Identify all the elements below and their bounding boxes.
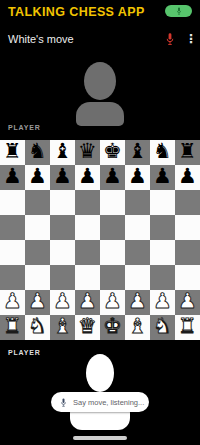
opponent-player-label: PLAYER	[8, 124, 41, 131]
square-c3[interactable]	[50, 265, 75, 290]
square-c5[interactable]	[50, 215, 75, 240]
square-c8[interactable]: ♝	[50, 140, 75, 165]
square-f5[interactable]	[125, 215, 150, 240]
square-b3[interactable]	[25, 265, 50, 290]
black-pawn: ♟	[178, 164, 197, 189]
square-b5[interactable]	[25, 215, 50, 240]
square-c2[interactable]: ♟	[50, 290, 75, 315]
square-e7[interactable]: ♟	[100, 165, 125, 190]
square-b2[interactable]: ♟	[25, 290, 50, 315]
white-bishop: ♝	[53, 314, 72, 339]
white-rook: ♜	[178, 314, 197, 339]
square-e8[interactable]: ♚	[100, 140, 125, 165]
square-h8[interactable]: ♜	[175, 140, 200, 165]
square-a8[interactable]: ♜	[0, 140, 25, 165]
square-f7[interactable]: ♟	[125, 165, 150, 190]
turn-status-text: White's move	[8, 33, 74, 45]
white-pawn: ♟	[153, 289, 172, 314]
square-b6[interactable]	[25, 190, 50, 215]
square-b7[interactable]: ♟	[25, 165, 50, 190]
square-e3[interactable]	[100, 265, 125, 290]
black-knight: ♞	[153, 139, 172, 164]
black-pawn: ♟	[103, 164, 122, 189]
square-b4[interactable]	[25, 240, 50, 265]
opponent-avatar-torso	[76, 102, 124, 126]
microphone-icon[interactable]	[165, 32, 175, 46]
overflow-menu-icon[interactable]: ⋮	[185, 32, 195, 46]
black-queen: ♛	[78, 139, 97, 164]
square-g8[interactable]: ♞	[150, 140, 175, 165]
square-a4[interactable]	[0, 240, 25, 265]
microphone-icon	[176, 7, 182, 15]
white-rook: ♜	[3, 314, 22, 339]
square-d3[interactable]	[75, 265, 100, 290]
square-a7[interactable]: ♟	[0, 165, 25, 190]
square-a6[interactable]	[0, 190, 25, 215]
square-f8[interactable]: ♝	[125, 140, 150, 165]
black-rook: ♜	[178, 139, 197, 164]
square-h3[interactable]	[175, 265, 200, 290]
square-h5[interactable]	[175, 215, 200, 240]
black-pawn: ♟	[53, 164, 72, 189]
square-h1[interactable]: ♜	[175, 315, 200, 340]
square-h6[interactable]	[175, 190, 200, 215]
black-bishop: ♝	[128, 139, 147, 164]
square-g4[interactable]	[150, 240, 175, 265]
square-g2[interactable]: ♟	[150, 290, 175, 315]
square-f1[interactable]: ♝	[125, 315, 150, 340]
black-pawn: ♟	[28, 164, 47, 189]
snackbar-text: Say move, listening...	[73, 398, 144, 407]
player-avatar-head	[86, 354, 114, 392]
square-e5[interactable]	[100, 215, 125, 240]
square-g7[interactable]: ♟	[150, 165, 175, 190]
square-a2[interactable]: ♟	[0, 290, 25, 315]
black-bishop: ♝	[53, 139, 72, 164]
square-d8[interactable]: ♛	[75, 140, 100, 165]
square-e2[interactable]: ♟	[100, 290, 125, 315]
microphone-icon	[60, 397, 67, 408]
white-pawn: ♟	[78, 289, 97, 314]
square-g5[interactable]	[150, 215, 175, 240]
square-d6[interactable]	[75, 190, 100, 215]
white-queen: ♛	[78, 314, 97, 339]
square-g3[interactable]	[150, 265, 175, 290]
white-king: ♚	[103, 314, 122, 339]
square-c4[interactable]	[50, 240, 75, 265]
square-d2[interactable]: ♟	[75, 290, 100, 315]
square-g1[interactable]: ♞	[150, 315, 175, 340]
square-d4[interactable]	[75, 240, 100, 265]
white-pawn: ♟	[28, 289, 47, 314]
square-c1[interactable]: ♝	[50, 315, 75, 340]
app-title: TALKING CHESS APP	[8, 5, 145, 19]
black-pawn: ♟	[78, 164, 97, 189]
white-knight: ♞	[153, 314, 172, 339]
black-knight: ♞	[28, 139, 47, 164]
home-gesture-bar[interactable]	[73, 436, 127, 440]
square-b8[interactable]: ♞	[25, 140, 50, 165]
white-pawn: ♟	[103, 289, 122, 314]
mic-privacy-indicator	[165, 5, 192, 17]
square-f6[interactable]	[125, 190, 150, 215]
square-b1[interactable]: ♞	[25, 315, 50, 340]
chess-board: ♜♞♝♛♚♝♞♜♟♟♟♟♟♟♟♟♟♟♟♟♟♟♟♟♜♞♝♛♚♝♞♜	[0, 140, 200, 340]
square-f2[interactable]: ♟	[125, 290, 150, 315]
square-f3[interactable]	[125, 265, 150, 290]
white-pawn: ♟	[3, 289, 22, 314]
white-knight: ♞	[28, 314, 47, 339]
square-c6[interactable]	[50, 190, 75, 215]
square-h2[interactable]: ♟	[175, 290, 200, 315]
square-h4[interactable]	[175, 240, 200, 265]
square-d5[interactable]	[75, 215, 100, 240]
square-g6[interactable]	[150, 190, 175, 215]
white-pawn: ♟	[178, 289, 197, 314]
square-a3[interactable]	[0, 265, 25, 290]
square-h7[interactable]: ♟	[175, 165, 200, 190]
square-a1[interactable]: ♜	[0, 315, 25, 340]
square-e4[interactable]	[100, 240, 125, 265]
black-pawn: ♟	[128, 164, 147, 189]
black-rook: ♜	[3, 139, 22, 164]
square-f4[interactable]	[125, 240, 150, 265]
white-pawn: ♟	[53, 289, 72, 314]
square-a5[interactable]	[0, 215, 25, 240]
bottom-player-label: PLAYER	[8, 349, 41, 356]
toolbar: White's move ⋮	[8, 30, 195, 48]
black-pawn: ♟	[3, 164, 22, 189]
black-pawn: ♟	[153, 164, 172, 189]
square-c7[interactable]: ♟	[50, 165, 75, 190]
white-bishop: ♝	[128, 314, 147, 339]
square-d7[interactable]: ♟	[75, 165, 100, 190]
app-screen: TALKING CHESS APP White's move ⋮ PLAYER …	[0, 0, 200, 445]
black-king: ♚	[103, 139, 122, 164]
square-e1[interactable]: ♚	[100, 315, 125, 340]
white-pawn: ♟	[128, 289, 147, 314]
voice-listening-snackbar: Say move, listening...	[51, 392, 149, 412]
square-d1[interactable]: ♛	[75, 315, 100, 340]
square-e6[interactable]	[100, 190, 125, 215]
opponent-avatar-head	[84, 62, 116, 100]
